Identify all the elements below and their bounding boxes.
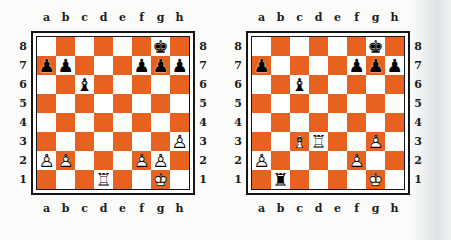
- square-f3[interactable]: [347, 132, 366, 151]
- white-pawn-a2: ♟♙: [37, 151, 56, 170]
- file-labels-top: abcdefgh: [31, 10, 195, 25]
- rank-label-4: 4: [230, 113, 246, 132]
- white-pawn-b2: ♟♙: [56, 151, 75, 170]
- square-f1[interactable]: [132, 170, 151, 189]
- square-f5[interactable]: [132, 94, 151, 113]
- square-d7[interactable]: [94, 56, 113, 75]
- file-label-e: e: [328, 202, 347, 215]
- piece-glyph: ♟: [347, 56, 366, 75]
- square-a3[interactable]: [37, 132, 56, 151]
- square-a6[interactable]: [37, 75, 56, 94]
- piece-outline-glyph: ♔: [366, 170, 385, 189]
- square-f3[interactable]: [132, 132, 151, 151]
- square-d3[interactable]: [94, 132, 113, 151]
- square-h8[interactable]: [170, 37, 189, 56]
- file-label-f: f: [347, 11, 366, 24]
- square-g3[interactable]: ♟♙: [366, 132, 385, 151]
- square-d6[interactable]: [94, 75, 113, 94]
- file-label-f: f: [347, 202, 366, 215]
- piece-glyph: ♟: [56, 56, 75, 75]
- rank-label-4: 4: [410, 113, 426, 132]
- square-b2[interactable]: ♟♙: [56, 151, 75, 170]
- square-h1[interactable]: [385, 170, 404, 189]
- square-g2[interactable]: [366, 151, 385, 170]
- rank-label-2: 2: [230, 151, 246, 170]
- white-rook-d3: ♜♖: [309, 132, 328, 151]
- square-g6[interactable]: [366, 75, 385, 94]
- rank-label-8: 8: [410, 37, 426, 56]
- square-c7[interactable]: [290, 56, 309, 75]
- white-pawn-h3: ♟♙: [170, 132, 189, 151]
- piece-outline-glyph: ♙: [151, 151, 170, 170]
- black-pawn-f7: ♟: [132, 56, 151, 75]
- square-g7[interactable]: ♟: [366, 56, 385, 75]
- piece-outline-glyph: ♙: [347, 151, 366, 170]
- rank-label-3: 3: [410, 132, 426, 151]
- white-bishop-c3: ♝♗: [290, 132, 309, 151]
- black-pawn-g7: ♟: [366, 56, 385, 75]
- black-rook-b1: ♜: [271, 170, 290, 189]
- board-frame: ♚♟♟♟♟♟♝♟♙♟♙♟♙♟♙♟♙♜♖♚♔: [31, 31, 195, 195]
- file-label-a: a: [37, 11, 56, 24]
- square-g4[interactable]: [151, 113, 170, 132]
- rank-label-2: 2: [15, 151, 31, 170]
- rank-label-7: 7: [195, 56, 211, 75]
- square-a7[interactable]: ♟: [37, 56, 56, 75]
- black-pawn-a7: ♟: [252, 56, 271, 75]
- file-label-a: a: [37, 202, 56, 215]
- square-e7[interactable]: [113, 56, 132, 75]
- black-pawn-h7: ♟: [170, 56, 189, 75]
- square-f7[interactable]: ♟: [347, 56, 366, 75]
- piece-outline-glyph: ♖: [94, 170, 113, 189]
- chessboard-left: abcdefgh 87654321 ♚♟♟♟♟♟♝♟♙♟♙♟♙♟♙♟♙♜♖♚♔ …: [15, 10, 211, 216]
- square-h3[interactable]: ♟♙: [170, 132, 189, 151]
- square-a2[interactable]: ♟♙: [252, 151, 271, 170]
- file-label-h: h: [385, 202, 404, 215]
- file-label-g: g: [366, 11, 385, 24]
- rank-label-7: 7: [410, 56, 426, 75]
- square-d2[interactable]: [309, 151, 328, 170]
- rank-label-3: 3: [230, 132, 246, 151]
- square-c8[interactable]: [290, 37, 309, 56]
- square-b4[interactable]: [271, 113, 290, 132]
- rank-label-4: 4: [15, 113, 31, 132]
- square-d1[interactable]: ♜♖: [94, 170, 113, 189]
- square-h7[interactable]: ♟: [170, 56, 189, 75]
- square-a7[interactable]: ♟: [252, 56, 271, 75]
- piece-glyph: ♟: [252, 56, 271, 75]
- file-label-c: c: [75, 202, 94, 215]
- square-d5[interactable]: [94, 94, 113, 113]
- square-f5[interactable]: [347, 94, 366, 113]
- square-f1[interactable]: [347, 170, 366, 189]
- square-a1[interactable]: [252, 170, 271, 189]
- piece-outline-glyph: ♙: [56, 151, 75, 170]
- square-h4[interactable]: [385, 113, 404, 132]
- square-c3[interactable]: ♝♗: [290, 132, 309, 151]
- square-a5[interactable]: [252, 94, 271, 113]
- square-e8[interactable]: [328, 37, 347, 56]
- square-c5[interactable]: [75, 94, 94, 113]
- rank-label-1: 1: [15, 170, 31, 189]
- square-a5[interactable]: [37, 94, 56, 113]
- square-b8[interactable]: [271, 37, 290, 56]
- rank-label-3: 3: [195, 132, 211, 151]
- square-e2[interactable]: [328, 151, 347, 170]
- square-f8[interactable]: [132, 37, 151, 56]
- square-b6[interactable]: [271, 75, 290, 94]
- rank-label-6: 6: [410, 75, 426, 94]
- square-h2[interactable]: [385, 151, 404, 170]
- square-e5[interactable]: [328, 94, 347, 113]
- square-d1[interactable]: [309, 170, 328, 189]
- square-e6[interactable]: [328, 75, 347, 94]
- black-pawn-a7: ♟: [37, 56, 56, 75]
- piece-glyph: ♟: [151, 56, 170, 75]
- square-b6[interactable]: [56, 75, 75, 94]
- black-pawn-g7: ♟: [151, 56, 170, 75]
- square-e8[interactable]: [113, 37, 132, 56]
- white-king-g1: ♚♔: [366, 170, 385, 189]
- square-g2[interactable]: ♟♙: [151, 151, 170, 170]
- square-a8[interactable]: [252, 37, 271, 56]
- rank-label-8: 8: [15, 37, 31, 56]
- square-b3[interactable]: [271, 132, 290, 151]
- square-d3[interactable]: ♜♖: [309, 132, 328, 151]
- square-d4[interactable]: [94, 113, 113, 132]
- white-pawn-f2: ♟♙: [132, 151, 151, 170]
- square-h5[interactable]: [170, 94, 189, 113]
- file-label-c: c: [290, 202, 309, 215]
- piece-outline-glyph: ♖: [309, 132, 328, 151]
- white-pawn-a2: ♟♙: [252, 151, 271, 170]
- square-c8[interactable]: [75, 37, 94, 56]
- piece-glyph: ♟: [366, 56, 385, 75]
- square-e1[interactable]: [113, 170, 132, 189]
- file-label-b: b: [56, 202, 75, 215]
- file-label-d: d: [309, 11, 328, 24]
- square-g6[interactable]: [151, 75, 170, 94]
- square-b7[interactable]: [271, 56, 290, 75]
- piece-glyph: ♜: [271, 170, 290, 189]
- square-b5[interactable]: [56, 94, 75, 113]
- file-label-h: h: [170, 202, 189, 215]
- square-h1[interactable]: [170, 170, 189, 189]
- rank-label-8: 8: [230, 37, 246, 56]
- black-pawn-b7: ♟: [56, 56, 75, 75]
- square-e7[interactable]: [328, 56, 347, 75]
- file-label-h: h: [170, 11, 189, 24]
- file-label-d: d: [94, 202, 113, 215]
- file-label-a: a: [252, 202, 271, 215]
- square-h6[interactable]: [385, 75, 404, 94]
- square-h4[interactable]: [170, 113, 189, 132]
- square-c2[interactable]: [75, 151, 94, 170]
- square-b1[interactable]: [56, 170, 75, 189]
- square-h8[interactable]: [385, 37, 404, 56]
- rank-label-5: 5: [195, 94, 211, 113]
- rank-label-6: 6: [230, 75, 246, 94]
- square-g8[interactable]: ♚: [151, 37, 170, 56]
- rank-labels-left: 87654321: [230, 31, 246, 195]
- square-b8[interactable]: [56, 37, 75, 56]
- board-grid: ♚♟♟♟♟♝♝♗♜♖♟♙♟♙♟♙♜♚♔: [251, 36, 405, 190]
- rank-label-1: 1: [230, 170, 246, 189]
- square-h5[interactable]: [385, 94, 404, 113]
- rank-label-6: 6: [15, 75, 31, 94]
- rank-label-3: 3: [15, 132, 31, 151]
- square-d6[interactable]: [309, 75, 328, 94]
- white-pawn-g3: ♟♙: [366, 132, 385, 151]
- square-e1[interactable]: [328, 170, 347, 189]
- file-label-b: b: [271, 202, 290, 215]
- file-label-c: c: [75, 11, 94, 24]
- square-c1[interactable]: [75, 170, 94, 189]
- white-rook-d1: ♜♖: [94, 170, 113, 189]
- white-pawn-f2: ♟♙: [347, 151, 366, 170]
- square-c7[interactable]: [75, 56, 94, 75]
- file-labels-bottom: abcdefgh: [31, 201, 195, 216]
- white-king-g1: ♚♔: [151, 170, 170, 189]
- file-label-b: b: [271, 11, 290, 24]
- square-b4[interactable]: [56, 113, 75, 132]
- square-d8[interactable]: [309, 37, 328, 56]
- square-c1[interactable]: [290, 170, 309, 189]
- square-f7[interactable]: ♟: [132, 56, 151, 75]
- piece-glyph: ♝: [290, 75, 309, 94]
- square-g3[interactable]: [151, 132, 170, 151]
- square-e5[interactable]: [113, 94, 132, 113]
- rank-label-4: 4: [195, 113, 211, 132]
- file-label-b: b: [56, 11, 75, 24]
- square-h2[interactable]: [170, 151, 189, 170]
- file-label-a: a: [252, 11, 271, 24]
- square-e6[interactable]: [113, 75, 132, 94]
- square-e4[interactable]: [113, 113, 132, 132]
- square-g7[interactable]: ♟: [151, 56, 170, 75]
- square-c4[interactable]: [75, 113, 94, 132]
- piece-outline-glyph: ♗: [290, 132, 309, 151]
- piece-glyph: ♚: [366, 37, 385, 56]
- board-grid: ♚♟♟♟♟♟♝♟♙♟♙♟♙♟♙♟♙♜♖♚♔: [36, 36, 190, 190]
- rank-label-2: 2: [195, 151, 211, 170]
- black-king-g8: ♚: [366, 37, 385, 56]
- square-h6[interactable]: [170, 75, 189, 94]
- piece-glyph: ♝: [75, 75, 94, 94]
- rank-labels-right: 87654321: [410, 31, 426, 195]
- piece-outline-glyph: ♙: [252, 151, 271, 170]
- rank-label-1: 1: [410, 170, 426, 189]
- rank-label-7: 7: [15, 56, 31, 75]
- square-c3[interactable]: [75, 132, 94, 151]
- square-b2[interactable]: [271, 151, 290, 170]
- file-label-f: f: [132, 202, 151, 215]
- piece-outline-glyph: ♔: [151, 170, 170, 189]
- piece-glyph: ♚: [151, 37, 170, 56]
- piece-glyph: ♟: [37, 56, 56, 75]
- square-e2[interactable]: [113, 151, 132, 170]
- file-label-g: g: [366, 202, 385, 215]
- square-g1[interactable]: ♚♔: [151, 170, 170, 189]
- file-label-d: d: [94, 11, 113, 24]
- square-b3[interactable]: [56, 132, 75, 151]
- rank-label-5: 5: [230, 94, 246, 113]
- black-bishop-c6: ♝: [75, 75, 94, 94]
- piece-outline-glyph: ♙: [366, 132, 385, 151]
- square-g5[interactable]: [151, 94, 170, 113]
- file-label-d: d: [309, 202, 328, 215]
- square-f2[interactable]: ♟♙: [347, 151, 366, 170]
- square-f4[interactable]: [132, 113, 151, 132]
- square-a6[interactable]: [252, 75, 271, 94]
- chessboard-right: abcdefgh 87654321 ♚♟♟♟♟♝♝♗♜♖♟♙♟♙♟♙♜♚♔ 87…: [230, 10, 426, 216]
- file-label-c: c: [290, 11, 309, 24]
- black-bishop-c6: ♝: [290, 75, 309, 94]
- file-label-e: e: [113, 202, 132, 215]
- file-label-f: f: [132, 11, 151, 24]
- white-pawn-g2: ♟♙: [151, 151, 170, 170]
- piece-outline-glyph: ♙: [37, 151, 56, 170]
- square-f4[interactable]: [347, 113, 366, 132]
- square-h3[interactable]: [385, 132, 404, 151]
- black-pawn-h7: ♟: [385, 56, 404, 75]
- black-king-g8: ♚: [151, 37, 170, 56]
- square-d8[interactable]: [94, 37, 113, 56]
- square-a1[interactable]: [37, 170, 56, 189]
- piece-outline-glyph: ♙: [170, 132, 189, 151]
- file-labels-bottom: abcdefgh: [246, 201, 410, 216]
- square-f6[interactable]: [347, 75, 366, 94]
- square-g1[interactable]: ♚♔: [366, 170, 385, 189]
- file-label-g: g: [151, 11, 170, 24]
- file-label-e: e: [328, 11, 347, 24]
- square-f8[interactable]: [347, 37, 366, 56]
- square-d4[interactable]: [309, 113, 328, 132]
- square-g5[interactable]: [366, 94, 385, 113]
- rank-labels-right: 87654321: [195, 31, 211, 195]
- square-c6[interactable]: ♝: [75, 75, 94, 94]
- square-c5[interactable]: [290, 94, 309, 113]
- square-a3[interactable]: [252, 132, 271, 151]
- square-f6[interactable]: [132, 75, 151, 94]
- piece-glyph: ♟: [132, 56, 151, 75]
- square-e3[interactable]: [328, 132, 347, 151]
- square-g4[interactable]: [366, 113, 385, 132]
- file-label-e: e: [113, 11, 132, 24]
- square-e3[interactable]: [113, 132, 132, 151]
- square-c6[interactable]: ♝: [290, 75, 309, 94]
- file-label-h: h: [385, 11, 404, 24]
- square-b5[interactable]: [271, 94, 290, 113]
- rank-label-1: 1: [195, 170, 211, 189]
- piece-outline-glyph: ♙: [132, 151, 151, 170]
- rank-labels-left: 87654321: [15, 31, 31, 195]
- square-d7[interactable]: [309, 56, 328, 75]
- black-pawn-f7: ♟: [347, 56, 366, 75]
- square-b1[interactable]: ♜: [271, 170, 290, 189]
- file-label-g: g: [151, 202, 170, 215]
- rank-label-5: 5: [410, 94, 426, 113]
- square-d5[interactable]: [309, 94, 328, 113]
- square-e4[interactable]: [328, 113, 347, 132]
- square-a4[interactable]: [252, 113, 271, 132]
- square-b7[interactable]: ♟: [56, 56, 75, 75]
- square-d2[interactable]: [94, 151, 113, 170]
- square-c2[interactable]: [290, 151, 309, 170]
- rank-label-8: 8: [195, 37, 211, 56]
- piece-glyph: ♟: [170, 56, 189, 75]
- board-frame: ♚♟♟♟♟♝♝♗♜♖♟♙♟♙♟♙♜♚♔: [246, 31, 410, 195]
- square-a4[interactable]: [37, 113, 56, 132]
- square-f2[interactable]: ♟♙: [132, 151, 151, 170]
- square-a2[interactable]: ♟♙: [37, 151, 56, 170]
- rank-label-7: 7: [230, 56, 246, 75]
- rank-label-6: 6: [195, 75, 211, 94]
- square-a8[interactable]: [37, 37, 56, 56]
- square-h7[interactable]: ♟: [385, 56, 404, 75]
- rank-label-2: 2: [410, 151, 426, 170]
- square-c4[interactable]: [290, 113, 309, 132]
- piece-glyph: ♟: [385, 56, 404, 75]
- square-g8[interactable]: ♚: [366, 37, 385, 56]
- rank-label-5: 5: [15, 94, 31, 113]
- file-labels-top: abcdefgh: [246, 10, 410, 25]
